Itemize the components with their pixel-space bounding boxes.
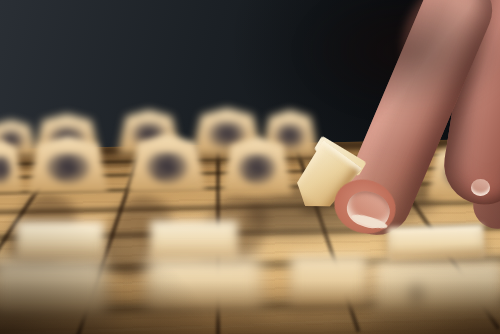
face-away-piece[interactable] [387,224,484,261]
face-away-piece[interactable] [0,260,106,320]
photo-shogi-scene: 香金銀飛角 歩歩歩歩歩 [0,0,500,334]
face-away-piece[interactable] [146,258,262,312]
face-away-piece[interactable] [150,221,238,261]
face-away-piece[interactable] [290,256,368,306]
face-away-piece[interactable] [374,262,500,316]
back-piece-mark [408,280,425,308]
face-away-piece[interactable] [16,222,104,262]
foreground-piece-group [0,0,500,334]
